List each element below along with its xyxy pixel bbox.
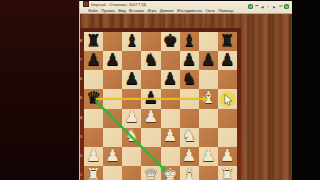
board-square-e4[interactable] bbox=[161, 109, 180, 128]
rank-label-2: 2 bbox=[78, 153, 84, 157]
board-square-f5[interactable] bbox=[180, 89, 199, 108]
menu-item-6[interactable]: Движки bbox=[160, 8, 174, 13]
next-move-icon[interactable]: ▶ bbox=[272, 4, 277, 9]
first-move-icon[interactable]: ⏮ bbox=[254, 4, 259, 9]
board-square-b8[interactable] bbox=[103, 32, 122, 51]
chess-piece-white-P-e3[interactable]: ♟ bbox=[161, 127, 180, 146]
board-square-g8[interactable] bbox=[199, 32, 218, 51]
board-square-b6[interactable] bbox=[103, 70, 122, 89]
board-square-h3[interactable] bbox=[218, 128, 237, 147]
menu-item-3[interactable]: Вид bbox=[118, 8, 125, 13]
chess-piece-black-P-c6[interactable]: ♟ bbox=[122, 70, 141, 89]
board-square-h4[interactable] bbox=[218, 109, 237, 128]
rank-label-5: 5 bbox=[78, 96, 84, 100]
game-navigation-toolbar: ↺⏮◀•▶⏭↻ bbox=[248, 4, 289, 9]
chess-board[interactable]: ♜♝♚♝♜♟♟♞♟♟♟♟♟♞♛♟♝♟♟♞♟♞♟♟♟♟♟♜♛♚♝♜87654321… bbox=[84, 32, 237, 180]
chess-piece-black-P-b7[interactable]: ♟ bbox=[103, 51, 122, 70]
board-square-c5[interactable] bbox=[122, 89, 141, 108]
chess-piece-white-R-a1[interactable]: ♜ bbox=[84, 165, 103, 180]
chess-piece-black-P-d5[interactable]: ♟ bbox=[141, 89, 160, 108]
chess-piece-white-K-e1[interactable]: ♚ bbox=[161, 165, 180, 180]
board-square-h5[interactable] bbox=[218, 89, 237, 108]
chess-piece-white-Q-d1[interactable]: ♛ bbox=[141, 165, 160, 180]
chess-piece-black-N-d7[interactable]: ♞ bbox=[141, 51, 160, 70]
board-square-b3[interactable] bbox=[103, 128, 122, 147]
chess-piece-black-P-e6[interactable]: ♟ bbox=[161, 70, 180, 89]
board-square-a3[interactable] bbox=[84, 128, 103, 147]
menu-item-5[interactable]: Игра bbox=[147, 8, 156, 13]
rank-label-1: 1 bbox=[78, 173, 84, 177]
window-title: Черный - Отакевич, 2007 ГУД bbox=[91, 2, 146, 7]
chess-piece-black-P-f7[interactable]: ♟ bbox=[180, 51, 199, 70]
board-square-e5[interactable] bbox=[161, 89, 180, 108]
rank-label-3: 3 bbox=[78, 134, 84, 138]
menu-item-2[interactable]: Правка bbox=[101, 8, 115, 13]
chess-piece-white-B-f1[interactable]: ♝ bbox=[180, 165, 199, 180]
chess-piece-white-P-f2[interactable]: ♟ bbox=[180, 146, 199, 165]
redo-circle-icon[interactable]: ↻ bbox=[284, 4, 289, 9]
board-square-h6[interactable] bbox=[218, 70, 237, 89]
board-square-e7[interactable] bbox=[161, 51, 180, 70]
chess-piece-black-P-g7[interactable]: ♟ bbox=[199, 51, 218, 70]
rank-label-6: 6 bbox=[78, 77, 84, 81]
board-square-g4[interactable] bbox=[199, 109, 218, 128]
board-square-a6[interactable] bbox=[84, 70, 103, 89]
board-square-b4[interactable] bbox=[103, 109, 122, 128]
board-square-f4[interactable] bbox=[180, 109, 199, 128]
menu-item-8[interactable]: Окно bbox=[205, 8, 214, 13]
chess-piece-white-P-d4[interactable]: ♟ bbox=[141, 108, 160, 127]
board-square-d2[interactable] bbox=[141, 147, 160, 166]
menu-item-7[interactable]: Инструменты bbox=[177, 8, 202, 13]
chess-piece-black-R-h8[interactable]: ♜ bbox=[218, 32, 237, 51]
prev-move-icon[interactable]: ◀ bbox=[260, 4, 265, 9]
wood-background: ♜♝♚♝♜♟♟♞♟♟♟♟♟♞♛♟♝♟♟♞♟♞♟♟♟♟♟♜♛♚♝♜87654321… bbox=[80, 14, 292, 180]
rank-label-7: 7 bbox=[78, 58, 84, 62]
chess-piece-white-B-g5[interactable]: ♝ bbox=[199, 89, 218, 108]
rank-label-8: 8 bbox=[78, 39, 84, 43]
chess-piece-white-R-h1[interactable]: ♜ bbox=[218, 165, 237, 180]
chess-piece-black-B-f8[interactable]: ♝ bbox=[180, 32, 199, 51]
chess-piece-white-P-c4[interactable]: ♟ bbox=[122, 108, 141, 127]
chess-piece-black-K-e8[interactable]: ♚ bbox=[161, 32, 180, 51]
menu-item-4[interactable]: Вставка bbox=[129, 8, 144, 13]
rank-label-4: 4 bbox=[78, 115, 84, 119]
board-square-d3[interactable] bbox=[141, 128, 160, 147]
desktop-background bbox=[0, 0, 79, 180]
board-square-g3[interactable] bbox=[199, 128, 218, 147]
board-square-c1[interactable] bbox=[122, 166, 141, 180]
board-square-e2[interactable] bbox=[161, 147, 180, 166]
board-square-c2[interactable] bbox=[122, 147, 141, 166]
board-square-d8[interactable] bbox=[141, 32, 160, 51]
chess-piece-white-N-f3[interactable]: ♞ bbox=[180, 127, 199, 146]
undo-circle-icon[interactable]: ↺ bbox=[248, 4, 253, 9]
board-square-b5[interactable] bbox=[103, 89, 122, 108]
menu-item-9[interactable]: Помощь bbox=[218, 8, 233, 13]
menu-item-1[interactable]: Файл bbox=[88, 8, 98, 13]
last-move-icon[interactable]: ⏭ bbox=[278, 4, 283, 9]
chess-piece-black-B-c8[interactable]: ♝ bbox=[122, 32, 141, 51]
board-square-g1[interactable] bbox=[199, 166, 218, 180]
chess-piece-white-P-g2[interactable]: ♟ bbox=[199, 146, 218, 165]
chess-piece-white-P-h2[interactable]: ♟ bbox=[218, 146, 237, 165]
board-frame: ♜♝♚♝♜♟♟♞♟♟♟♟♟♞♛♟♝♟♟♞♟♞♟♟♟♟♟♜♛♚♝♜87654321… bbox=[80, 28, 241, 180]
stop-icon[interactable]: • bbox=[266, 4, 271, 9]
window-header: Черный - Отакевич, 2007 ГУД ФайлПравкаВи… bbox=[80, 1, 292, 14]
board-square-b1[interactable] bbox=[103, 166, 122, 180]
chess-piece-black-Q-a5[interactable]: ♛ bbox=[84, 89, 103, 108]
chess-piece-white-P-b2[interactable]: ♟ bbox=[103, 146, 122, 165]
chess-piece-black-N-f6[interactable]: ♞ bbox=[180, 70, 199, 89]
chess-piece-white-N-c3[interactable]: ♞ bbox=[122, 127, 141, 146]
board-square-d6[interactable] bbox=[141, 70, 160, 89]
chess-piece-black-R-a8[interactable]: ♜ bbox=[84, 32, 103, 51]
chess-app-window: Черный - Отакевич, 2007 ГУД ФайлПравкаВи… bbox=[79, 1, 292, 180]
board-square-a4[interactable] bbox=[84, 109, 103, 128]
board-square-c7[interactable] bbox=[122, 51, 141, 70]
chess-piece-white-P-a2[interactable]: ♟ bbox=[84, 146, 103, 165]
chess-piece-black-P-a7[interactable]: ♟ bbox=[84, 51, 103, 70]
board-square-g6[interactable] bbox=[199, 70, 218, 89]
chess-piece-black-P-h7[interactable]: ♟ bbox=[218, 51, 237, 70]
